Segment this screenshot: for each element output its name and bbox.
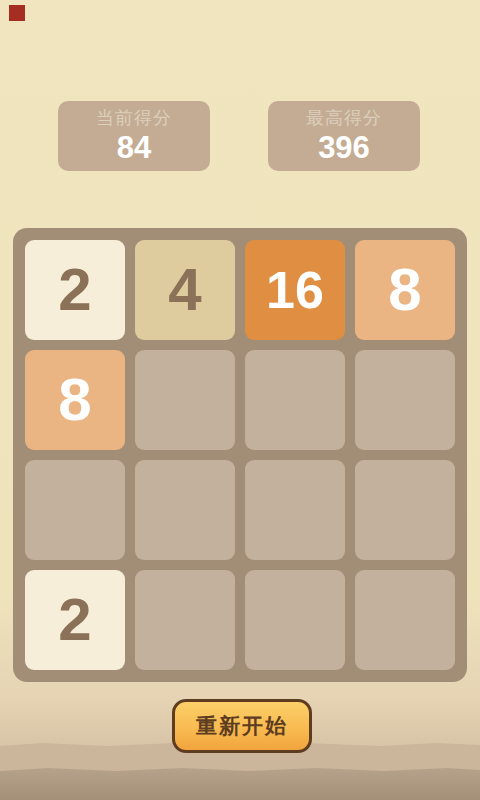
best-score-value: 396 bbox=[318, 131, 370, 165]
current-score-box: 当前得分 84 bbox=[58, 101, 210, 171]
empty-cell bbox=[245, 350, 345, 450]
red-square-marker bbox=[9, 5, 25, 21]
tile-8: 8 bbox=[25, 350, 125, 450]
dune-band-2 bbox=[0, 767, 480, 800]
current-score-label: 当前得分 bbox=[96, 107, 172, 129]
best-score-label: 最高得分 bbox=[306, 107, 382, 129]
empty-cell bbox=[135, 350, 235, 450]
best-score-box: 最高得分 396 bbox=[268, 101, 420, 171]
empty-cell bbox=[25, 460, 125, 560]
tile-8: 8 bbox=[355, 240, 455, 340]
empty-cell bbox=[135, 460, 235, 560]
tile-2: 2 bbox=[25, 570, 125, 670]
board[interactable]: 2416882 bbox=[13, 228, 467, 682]
game-screen: 当前得分 84 最高得分 396 2416882 重新开始 bbox=[0, 0, 480, 800]
restart-button[interactable]: 重新开始 bbox=[172, 699, 312, 753]
tile-4: 4 bbox=[135, 240, 235, 340]
empty-cell bbox=[355, 350, 455, 450]
tile-16: 16 bbox=[245, 240, 345, 340]
empty-cell bbox=[355, 570, 455, 670]
empty-cell bbox=[355, 460, 455, 560]
tile-2: 2 bbox=[25, 240, 125, 340]
empty-cell bbox=[245, 570, 345, 670]
empty-cell bbox=[245, 460, 345, 560]
empty-cell bbox=[135, 570, 235, 670]
current-score-value: 84 bbox=[117, 131, 151, 165]
